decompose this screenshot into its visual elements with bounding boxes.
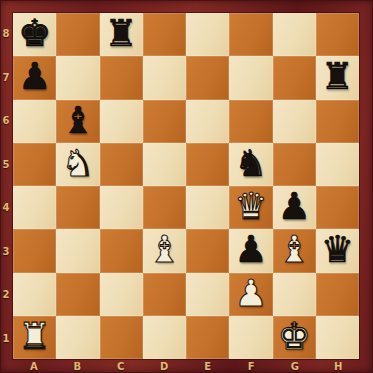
square-h2[interactable]: [316, 273, 359, 316]
square-d8[interactable]: [143, 13, 186, 56]
black-rook[interactable]: ♜: [321, 58, 354, 95]
white-knight[interactable]: ♞: [61, 145, 94, 182]
square-c2[interactable]: [100, 273, 143, 316]
black-knight[interactable]: ♞: [234, 145, 267, 182]
square-c8[interactable]: ♜: [100, 13, 143, 56]
square-a5[interactable]: [13, 143, 56, 186]
white-rook[interactable]: ♜: [18, 318, 51, 355]
rank-labels: 87654321: [0, 12, 12, 360]
white-bishop[interactable]: ♝: [148, 231, 181, 268]
square-a8[interactable]: ♚: [13, 13, 56, 56]
white-king[interactable]: ♚: [278, 318, 311, 355]
rank-label-4: 4: [0, 186, 12, 230]
square-d4[interactable]: [143, 186, 186, 229]
square-d7[interactable]: [143, 56, 186, 99]
black-queen[interactable]: ♛: [321, 231, 354, 268]
black-pawn[interactable]: ♟: [18, 58, 51, 95]
rank-label-7: 7: [0, 56, 12, 100]
white-pawn[interactable]: ♟: [234, 275, 267, 312]
white-queen[interactable]: ♛: [234, 188, 267, 225]
black-pawn[interactable]: ♟: [278, 188, 311, 225]
chessboard: ♚♜♟♜♝♞♞♛♟♝♟♝♛♟♜♚: [12, 12, 360, 360]
square-e8[interactable]: [186, 13, 229, 56]
rank-label-1: 1: [0, 317, 12, 361]
square-g2[interactable]: [273, 273, 316, 316]
square-e5[interactable]: [186, 143, 229, 186]
square-b2[interactable]: [56, 273, 99, 316]
square-e1[interactable]: [186, 316, 229, 359]
square-g8[interactable]: [273, 13, 316, 56]
square-a7[interactable]: ♟: [13, 56, 56, 99]
square-b3[interactable]: [56, 229, 99, 272]
square-h3[interactable]: ♛: [316, 229, 359, 272]
square-e4[interactable]: [186, 186, 229, 229]
file-label-a: A: [12, 360, 56, 373]
square-d1[interactable]: [143, 316, 186, 359]
chessboard-frame: ♚♜♟♜♝♞♞♛♟♝♟♝♛♟♜♚ 87654321 ABCDEFGH: [0, 0, 373, 373]
square-g5[interactable]: [273, 143, 316, 186]
square-d5[interactable]: [143, 143, 186, 186]
rank-label-3: 3: [0, 230, 12, 274]
square-b1[interactable]: [56, 316, 99, 359]
square-h4[interactable]: [316, 186, 359, 229]
square-b8[interactable]: [56, 13, 99, 56]
square-h8[interactable]: [316, 13, 359, 56]
square-d6[interactable]: [143, 100, 186, 143]
square-a1[interactable]: ♜: [13, 316, 56, 359]
square-g7[interactable]: [273, 56, 316, 99]
square-b6[interactable]: ♝: [56, 100, 99, 143]
square-h6[interactable]: [316, 100, 359, 143]
square-c1[interactable]: [100, 316, 143, 359]
black-pawn[interactable]: ♟: [234, 231, 267, 268]
square-a4[interactable]: [13, 186, 56, 229]
square-g3[interactable]: ♝: [273, 229, 316, 272]
rank-label-6: 6: [0, 99, 12, 143]
file-label-e: E: [186, 360, 230, 373]
black-rook[interactable]: ♜: [105, 15, 138, 52]
file-labels: ABCDEFGH: [12, 360, 360, 373]
square-f4[interactable]: ♛: [229, 186, 272, 229]
square-a3[interactable]: [13, 229, 56, 272]
square-f5[interactable]: ♞: [229, 143, 272, 186]
file-label-d: D: [143, 360, 187, 373]
square-b7[interactable]: [56, 56, 99, 99]
square-b5[interactable]: ♞: [56, 143, 99, 186]
rank-label-2: 2: [0, 273, 12, 317]
square-c7[interactable]: [100, 56, 143, 99]
square-h5[interactable]: [316, 143, 359, 186]
square-f8[interactable]: [229, 13, 272, 56]
square-f6[interactable]: [229, 100, 272, 143]
square-h1[interactable]: [316, 316, 359, 359]
file-label-h: H: [317, 360, 361, 373]
square-a2[interactable]: [13, 273, 56, 316]
square-g1[interactable]: ♚: [273, 316, 316, 359]
square-e2[interactable]: [186, 273, 229, 316]
rank-label-8: 8: [0, 12, 12, 56]
square-g4[interactable]: ♟: [273, 186, 316, 229]
black-king[interactable]: ♚: [18, 15, 51, 52]
square-f3[interactable]: ♟: [229, 229, 272, 272]
square-c6[interactable]: [100, 100, 143, 143]
black-bishop[interactable]: ♝: [61, 102, 94, 139]
square-g6[interactable]: [273, 100, 316, 143]
square-c4[interactable]: [100, 186, 143, 229]
square-c3[interactable]: [100, 229, 143, 272]
square-e6[interactable]: [186, 100, 229, 143]
square-f7[interactable]: [229, 56, 272, 99]
square-b4[interactable]: [56, 186, 99, 229]
square-d2[interactable]: [143, 273, 186, 316]
rank-label-5: 5: [0, 143, 12, 187]
square-e3[interactable]: [186, 229, 229, 272]
square-h7[interactable]: ♜: [316, 56, 359, 99]
square-f1[interactable]: [229, 316, 272, 359]
square-a6[interactable]: [13, 100, 56, 143]
white-bishop[interactable]: ♝: [278, 231, 311, 268]
file-label-f: F: [230, 360, 274, 373]
square-c5[interactable]: [100, 143, 143, 186]
file-label-c: C: [99, 360, 143, 373]
file-label-g: G: [273, 360, 317, 373]
square-d3[interactable]: ♝: [143, 229, 186, 272]
square-e7[interactable]: [186, 56, 229, 99]
square-f2[interactable]: ♟: [229, 273, 272, 316]
file-label-b: B: [56, 360, 100, 373]
